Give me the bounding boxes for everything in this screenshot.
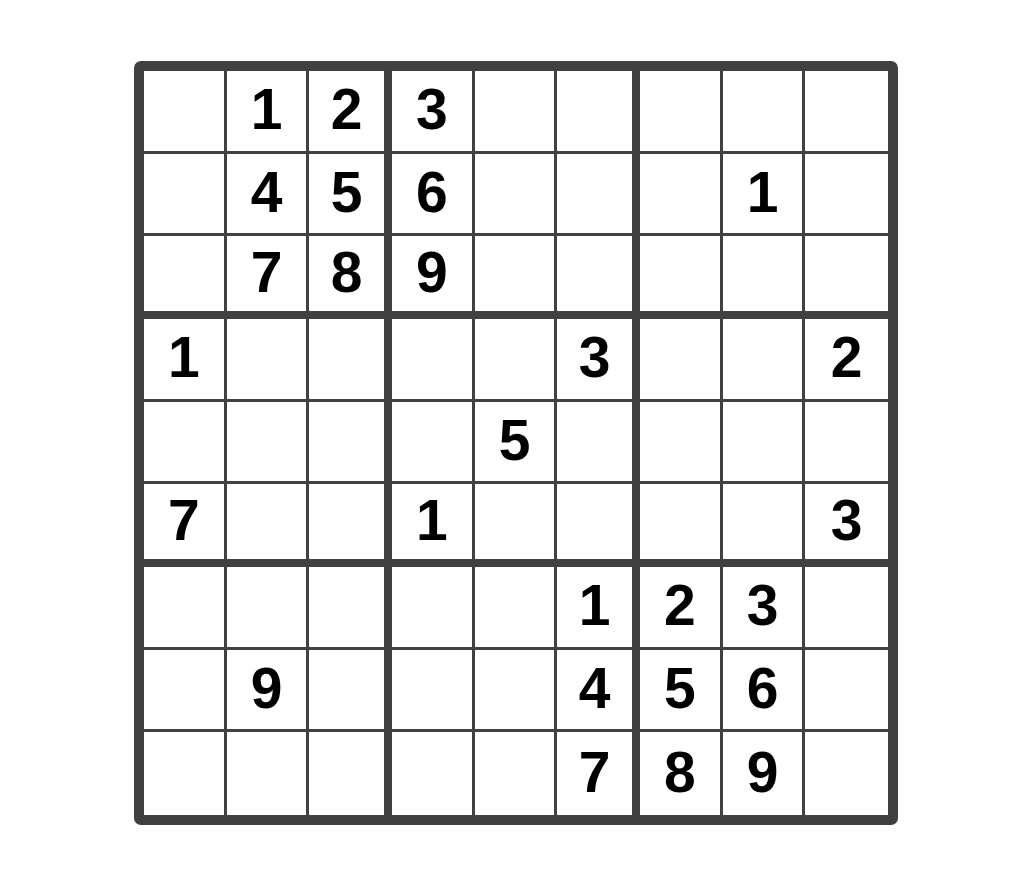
cell-r2c5[interactable] — [475, 154, 558, 237]
cell-r1c5[interactable] — [475, 71, 558, 154]
cell-r5c6[interactable] — [557, 402, 640, 485]
digit: 6 — [747, 660, 779, 717]
cell-r5c3[interactable] — [309, 402, 392, 485]
cell-r9c2[interactable] — [227, 732, 310, 815]
digit: 3 — [831, 492, 863, 549]
cell-r8c3[interactable] — [309, 650, 392, 733]
cell-r2c4[interactable]: 6 — [392, 154, 475, 237]
cell-r2c2[interactable]: 4 — [227, 154, 310, 237]
digit: 3 — [747, 577, 779, 634]
digit: 2 — [831, 329, 863, 386]
cell-r9c5[interactable] — [475, 732, 558, 815]
cell-r1c2[interactable]: 1 — [227, 71, 310, 154]
digit: 9 — [416, 244, 448, 301]
cell-r1c4[interactable]: 3 — [392, 71, 475, 154]
cell-r6c5[interactable] — [475, 484, 558, 567]
cell-r3c9[interactable] — [805, 236, 888, 319]
digit: 7 — [168, 492, 200, 549]
cell-r8c4[interactable] — [392, 650, 475, 733]
cell-r8c6[interactable]: 4 — [557, 650, 640, 733]
cell-r5c9[interactable] — [805, 402, 888, 485]
cell-r2c8[interactable]: 1 — [723, 154, 806, 237]
cell-r2c9[interactable] — [805, 154, 888, 237]
cell-r4c5[interactable] — [475, 319, 558, 402]
cell-r4c1[interactable]: 1 — [144, 319, 227, 402]
digit: 7 — [579, 744, 611, 801]
cell-r1c7[interactable] — [640, 71, 723, 154]
digit: 1 — [251, 81, 283, 138]
cell-r8c8[interactable]: 6 — [723, 650, 806, 733]
cell-r4c4[interactable] — [392, 319, 475, 402]
cell-r7c4[interactable] — [392, 567, 475, 650]
cell-r1c8[interactable] — [723, 71, 806, 154]
cell-r2c6[interactable] — [557, 154, 640, 237]
digit: 8 — [331, 244, 363, 301]
digit: 5 — [664, 660, 696, 717]
cell-r6c9[interactable]: 3 — [805, 484, 888, 567]
cell-r4c8[interactable] — [723, 319, 806, 402]
cell-r7c8[interactable]: 3 — [723, 567, 806, 650]
cell-r8c9[interactable] — [805, 650, 888, 733]
digit: 1 — [579, 577, 611, 634]
cell-r1c9[interactable] — [805, 71, 888, 154]
cell-r8c2[interactable]: 9 — [227, 650, 310, 733]
cell-r8c5[interactable] — [475, 650, 558, 733]
digit: 1 — [168, 329, 200, 386]
cell-r4c3[interactable] — [309, 319, 392, 402]
cell-r9c6[interactable]: 7 — [557, 732, 640, 815]
digit: 9 — [747, 744, 779, 801]
digit: 1 — [416, 492, 448, 549]
cell-r5c8[interactable] — [723, 402, 806, 485]
cell-r4c7[interactable] — [640, 319, 723, 402]
cell-r7c1[interactable] — [144, 567, 227, 650]
cell-r9c3[interactable] — [309, 732, 392, 815]
cell-r5c5[interactable]: 5 — [475, 402, 558, 485]
digit: 9 — [251, 660, 283, 717]
cell-r4c2[interactable] — [227, 319, 310, 402]
cell-r7c5[interactable] — [475, 567, 558, 650]
cell-r6c7[interactable] — [640, 484, 723, 567]
cell-r1c3[interactable]: 2 — [309, 71, 392, 154]
cell-r4c9[interactable]: 2 — [805, 319, 888, 402]
cell-r6c1[interactable]: 7 — [144, 484, 227, 567]
digit: 3 — [416, 81, 448, 138]
digit: 1 — [747, 164, 779, 221]
cell-r3c4[interactable]: 9 — [392, 236, 475, 319]
cell-r8c1[interactable] — [144, 650, 227, 733]
cell-r3c2[interactable]: 7 — [227, 236, 310, 319]
digit: 8 — [664, 744, 696, 801]
cell-r3c1[interactable] — [144, 236, 227, 319]
cell-r3c7[interactable] — [640, 236, 723, 319]
cell-r3c3[interactable]: 8 — [309, 236, 392, 319]
cell-r4c6[interactable]: 3 — [557, 319, 640, 402]
digit: 4 — [251, 164, 283, 221]
digit: 3 — [579, 329, 611, 386]
cell-r1c1[interactable] — [144, 71, 227, 154]
cell-r9c1[interactable] — [144, 732, 227, 815]
cell-r7c6[interactable]: 1 — [557, 567, 640, 650]
cell-r9c7[interactable]: 8 — [640, 732, 723, 815]
digit: 6 — [416, 164, 448, 221]
cell-r3c6[interactable] — [557, 236, 640, 319]
cell-r6c2[interactable] — [227, 484, 310, 567]
cell-r5c2[interactable] — [227, 402, 310, 485]
cell-r5c1[interactable] — [144, 402, 227, 485]
cell-r1c6[interactable] — [557, 71, 640, 154]
digit: 7 — [251, 244, 283, 301]
sudoku-board: 123456178913257131239456789 — [134, 61, 898, 825]
cell-r7c2[interactable] — [227, 567, 310, 650]
cell-r7c9[interactable] — [805, 567, 888, 650]
cell-r3c5[interactable] — [475, 236, 558, 319]
cell-r9c9[interactable] — [805, 732, 888, 815]
cell-r9c8[interactable]: 9 — [723, 732, 806, 815]
cell-r2c1[interactable] — [144, 154, 227, 237]
cell-r9c4[interactable] — [392, 732, 475, 815]
cell-r5c7[interactable] — [640, 402, 723, 485]
cell-r7c7[interactable]: 2 — [640, 567, 723, 650]
cell-r8c7[interactable]: 5 — [640, 650, 723, 733]
cell-r6c3[interactable] — [309, 484, 392, 567]
cell-r6c4[interactable]: 1 — [392, 484, 475, 567]
digit: 5 — [499, 412, 531, 469]
cell-r6c6[interactable] — [557, 484, 640, 567]
cell-r7c3[interactable] — [309, 567, 392, 650]
cell-r6c8[interactable] — [723, 484, 806, 567]
digit: 4 — [579, 660, 611, 717]
cell-r2c7[interactable] — [640, 154, 723, 237]
digit: 5 — [331, 164, 363, 221]
digit: 2 — [331, 81, 363, 138]
cell-r3c8[interactable] — [723, 236, 806, 319]
cell-r5c4[interactable] — [392, 402, 475, 485]
digit: 2 — [664, 577, 696, 634]
cell-r2c3[interactable]: 5 — [309, 154, 392, 237]
